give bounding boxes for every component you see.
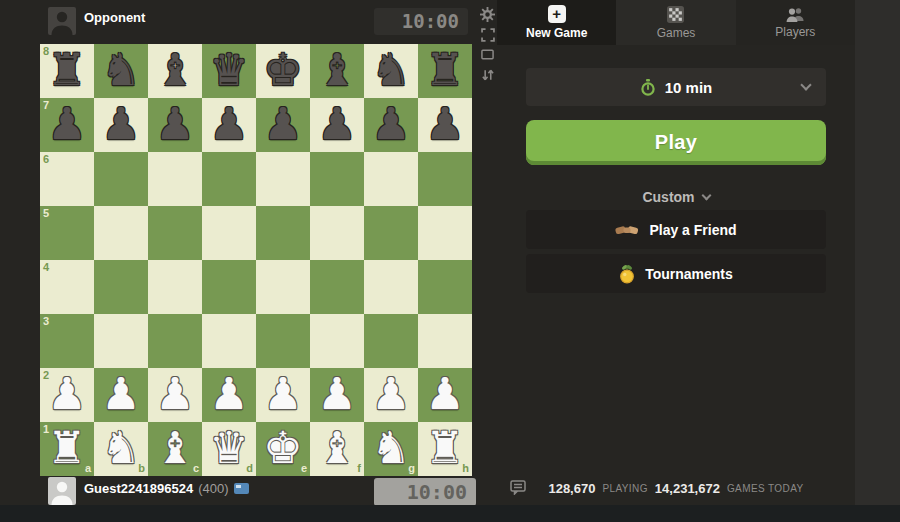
piece-black-pawn[interactable]: ♟: [418, 98, 472, 152]
opponent-name[interactable]: Opponent: [84, 10, 145, 25]
play-a-friend-button[interactable]: Play a Friend: [526, 210, 826, 249]
square-e8[interactable]: ♚: [256, 44, 310, 98]
piece-black-knight[interactable]: ♞: [364, 44, 418, 98]
chat-icon[interactable]: [510, 480, 526, 499]
piece-white-knight[interactable]: ♞: [364, 422, 418, 476]
rank-label: 4: [43, 262, 49, 273]
square-a1[interactable]: 1a♜: [40, 422, 94, 476]
square-b8[interactable]: ♞: [94, 44, 148, 98]
square-f3[interactable]: [310, 314, 364, 368]
piece-black-king[interactable]: ♚: [256, 44, 310, 98]
square-f7[interactable]: ♟: [310, 98, 364, 152]
piece-black-pawn[interactable]: ♟: [202, 98, 256, 152]
piece-white-bishop[interactable]: ♝: [148, 422, 202, 476]
square-a6[interactable]: 6: [40, 152, 94, 206]
rank-label: 5: [43, 208, 49, 219]
chess-board[interactable]: 8♜♞♝♛♚♝♞♜7♟♟♟♟♟♟♟♟65432♟♟♟♟♟♟♟♟1a♜b♞c♝d♛…: [40, 44, 472, 476]
square-b3[interactable]: [94, 314, 148, 368]
piece-white-pawn[interactable]: ♟: [40, 368, 94, 422]
square-f6[interactable]: [310, 152, 364, 206]
timer-icon: [640, 79, 656, 96]
square-f1[interactable]: f♝: [310, 422, 364, 476]
square-c1[interactable]: c♝: [148, 422, 202, 476]
piece-white-pawn[interactable]: ♟: [310, 368, 364, 422]
tournaments-button[interactable]: Tournaments: [526, 254, 826, 293]
square-a8[interactable]: 8♜: [40, 44, 94, 98]
piece-black-pawn[interactable]: ♟: [40, 98, 94, 152]
flag-icon: [234, 483, 249, 494]
custom-toggle[interactable]: Custom: [526, 189, 826, 205]
piece-black-pawn[interactable]: ♟: [148, 98, 202, 152]
player-clock: 10:00: [374, 478, 476, 506]
piece-white-queen[interactable]: ♛: [202, 422, 256, 476]
player-avatar[interactable]: [48, 477, 76, 505]
square-e4[interactable]: [256, 260, 310, 314]
opponent-avatar[interactable]: [48, 7, 76, 35]
square-e3[interactable]: [256, 314, 310, 368]
square-e1[interactable]: e♚: [256, 422, 310, 476]
square-a5[interactable]: 5: [40, 206, 94, 260]
piece-white-pawn[interactable]: ♟: [364, 368, 418, 422]
square-g7[interactable]: ♟: [364, 98, 418, 152]
square-e7[interactable]: ♟: [256, 98, 310, 152]
trophy-icon: [619, 264, 635, 284]
chess-app: Opponent 10:00 8♜♞♝♛♚♝♞♜7♟♟♟♟♟♟♟♟65432♟♟…: [0, 0, 900, 522]
square-g4[interactable]: [364, 260, 418, 314]
tab-new-game[interactable]: + New Game: [497, 0, 616, 45]
players-icon: [786, 7, 805, 22]
square-a4[interactable]: 4: [40, 260, 94, 314]
panel-content: 10 min Play Custom Play a Friend: [526, 68, 826, 293]
square-h1[interactable]: h♜: [418, 422, 472, 476]
square-h3[interactable]: [418, 314, 472, 368]
flip-board-icon[interactable]: [480, 67, 495, 82]
square-d4[interactable]: [202, 260, 256, 314]
expand-icon[interactable]: [480, 27, 495, 42]
piece-black-pawn[interactable]: ♟: [94, 98, 148, 152]
tab-players[interactable]: Players: [736, 0, 855, 45]
square-d3[interactable]: [202, 314, 256, 368]
piece-white-pawn[interactable]: ♟: [94, 368, 148, 422]
games-count: 14,231,672: [655, 481, 720, 496]
piece-white-pawn[interactable]: ♟: [256, 368, 310, 422]
square-d6[interactable]: [202, 152, 256, 206]
piece-white-rook[interactable]: ♜: [418, 422, 472, 476]
square-c5[interactable]: [148, 206, 202, 260]
piece-black-bishop[interactable]: ♝: [148, 44, 202, 98]
square-g1[interactable]: g♞: [364, 422, 418, 476]
piece-white-knight[interactable]: ♞: [94, 422, 148, 476]
player-name[interactable]: Guest2241896524: [84, 481, 193, 496]
square-a2[interactable]: 2♟: [40, 368, 94, 422]
square-c8[interactable]: ♝: [148, 44, 202, 98]
player-info-row: Guest2241896524 (400): [84, 481, 249, 496]
square-d2[interactable]: ♟: [202, 368, 256, 422]
square-g5[interactable]: [364, 206, 418, 260]
stats-bar: 128,670 PLAYING 14,231,672 GAMES TODAY: [497, 471, 855, 505]
board-controls: [479, 7, 496, 82]
square-d5[interactable]: [202, 206, 256, 260]
square-g2[interactable]: ♟: [364, 368, 418, 422]
rank-label: 3: [43, 316, 49, 327]
piece-black-rook[interactable]: ♜: [418, 44, 472, 98]
panel-tabs: + New Game Games: [497, 0, 855, 45]
piece-white-pawn[interactable]: ♟: [148, 368, 202, 422]
square-h8[interactable]: ♜: [418, 44, 472, 98]
player-rating: (400): [198, 481, 228, 496]
piece-black-rook[interactable]: ♜: [40, 44, 94, 98]
square-d1[interactable]: d♛: [202, 422, 256, 476]
time-control-dropdown[interactable]: 10 min: [526, 68, 826, 106]
square-h7[interactable]: ♟: [418, 98, 472, 152]
handshake-icon: [615, 222, 639, 238]
square-b7[interactable]: ♟: [94, 98, 148, 152]
plus-icon: +: [548, 5, 566, 23]
square-f8[interactable]: ♝: [310, 44, 364, 98]
square-b4[interactable]: [94, 260, 148, 314]
square-h5[interactable]: [418, 206, 472, 260]
piece-black-knight[interactable]: ♞: [94, 44, 148, 98]
square-h4[interactable]: [418, 260, 472, 314]
piece-white-rook[interactable]: ♜: [40, 422, 94, 476]
chevron-down-icon: [800, 79, 811, 90]
bottom-edge: [0, 505, 900, 522]
settings-icon[interactable]: [480, 7, 495, 22]
piece-black-pawn[interactable]: ♟: [364, 98, 418, 152]
square-b6[interactable]: [94, 152, 148, 206]
time-control-value: 10 min: [665, 79, 713, 96]
piece-white-pawn[interactable]: ♟: [202, 368, 256, 422]
square-g8[interactable]: ♞: [364, 44, 418, 98]
square-f5[interactable]: [310, 206, 364, 260]
game-area: Opponent 10:00 8♜♞♝♛♚♝♞♜7♟♟♟♟♟♟♟♟65432♟♟…: [0, 0, 497, 505]
playing-label: PLAYING: [602, 483, 647, 494]
theater-mode-icon[interactable]: [480, 47, 495, 62]
piece-white-king[interactable]: ♚: [256, 422, 310, 476]
square-a7[interactable]: 7♟: [40, 98, 94, 152]
opponent-clock: 10:00: [374, 8, 468, 35]
square-f4[interactable]: [310, 260, 364, 314]
square-b5[interactable]: [94, 206, 148, 260]
board-icon: [667, 6, 684, 23]
square-e2[interactable]: ♟: [256, 368, 310, 422]
person-icon: [48, 7, 76, 35]
square-g6[interactable]: [364, 152, 418, 206]
square-h6[interactable]: [418, 152, 472, 206]
chevron-down-icon: [701, 190, 711, 200]
square-b2[interactable]: ♟: [94, 368, 148, 422]
square-e6[interactable]: [256, 152, 310, 206]
square-b1[interactable]: b♞: [94, 422, 148, 476]
playing-count: 128,670: [548, 481, 595, 496]
square-g3[interactable]: [364, 314, 418, 368]
play-button[interactable]: Play: [526, 120, 826, 165]
square-c3[interactable]: [148, 314, 202, 368]
new-game-panel: + New Game Games: [497, 0, 855, 505]
square-d7[interactable]: ♟: [202, 98, 256, 152]
square-f2[interactable]: ♟: [310, 368, 364, 422]
piece-black-pawn[interactable]: ♟: [310, 98, 364, 152]
rank-label: 6: [43, 154, 49, 165]
square-c4[interactable]: [148, 260, 202, 314]
square-e5[interactable]: [256, 206, 310, 260]
person-icon: [48, 477, 76, 505]
square-c7[interactable]: ♟: [148, 98, 202, 152]
square-c2[interactable]: ♟: [148, 368, 202, 422]
square-a3[interactable]: 3: [40, 314, 94, 368]
square-h2[interactable]: ♟: [418, 368, 472, 422]
piece-white-bishop[interactable]: ♝: [310, 422, 364, 476]
piece-black-bishop[interactable]: ♝: [310, 44, 364, 98]
piece-black-queen[interactable]: ♛: [202, 44, 256, 98]
piece-black-pawn[interactable]: ♟: [256, 98, 310, 152]
piece-white-pawn[interactable]: ♟: [418, 368, 472, 422]
tab-games[interactable]: Games: [616, 0, 735, 45]
games-label: GAMES TODAY: [727, 483, 804, 494]
square-d8[interactable]: ♛: [202, 44, 256, 98]
square-c6[interactable]: [148, 152, 202, 206]
